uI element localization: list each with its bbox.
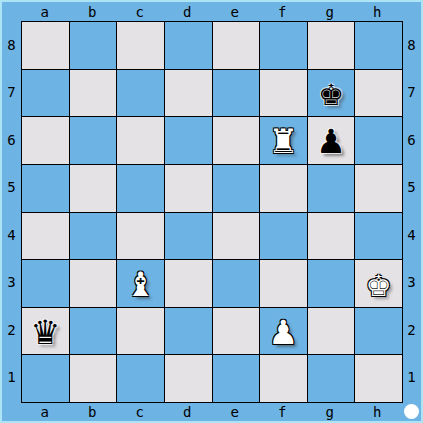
square-d5[interactable] [165,165,212,212]
file-label-f: f [259,2,307,21]
square-b3[interactable] [70,260,117,307]
rank-label-1: 1 [402,354,421,402]
file-label-a: a [21,2,69,21]
rank-label-5: 5 [402,164,421,212]
rank-label-7: 7 [402,69,421,117]
square-e2[interactable] [213,308,260,355]
square-c5[interactable] [117,165,164,212]
file-label-h: h [354,402,402,421]
square-a3[interactable] [22,260,69,307]
square-a8[interactable] [22,22,69,69]
rank-label-8: 8 [402,21,421,69]
square-c3[interactable]: ♝ [117,260,164,307]
square-h5[interactable] [355,165,402,212]
file-label-e: e [211,2,259,21]
square-c8[interactable] [117,22,164,69]
square-f6[interactable]: ♜ [260,117,307,164]
square-d3[interactable] [165,260,212,307]
square-c4[interactable] [117,213,164,260]
square-d8[interactable] [165,22,212,69]
square-d2[interactable] [165,308,212,355]
square-a2[interactable]: ♛ [22,308,69,355]
rank-label-2: 2 [2,306,21,354]
square-b5[interactable] [70,165,117,212]
square-h4[interactable] [355,213,402,260]
white-pawn[interactable]: ♟ [271,310,296,351]
square-e4[interactable] [213,213,260,260]
rank-label-2: 2 [402,306,421,354]
rank-label-1: 1 [2,354,21,402]
square-f8[interactable] [260,22,307,69]
square-c1[interactable] [117,355,164,402]
square-f2[interactable]: ♟ [260,308,307,355]
square-g5[interactable] [308,165,355,212]
rank-label-6: 6 [402,116,421,164]
square-e5[interactable] [213,165,260,212]
square-f3[interactable] [260,260,307,307]
rank-label-8: 8 [2,21,21,69]
white-rook[interactable]: ♜ [271,119,296,160]
square-b6[interactable] [70,117,117,164]
black-queen[interactable]: ♛ [33,310,58,351]
rank-label-4: 4 [2,211,21,259]
square-g8[interactable] [308,22,355,69]
rank-labels-left: 87654321 [2,21,21,401]
square-b8[interactable] [70,22,117,69]
rank-label-5: 5 [2,164,21,212]
file-label-e: e [211,402,259,421]
square-g3[interactable] [308,260,355,307]
file-label-g: g [306,2,354,21]
square-b2[interactable] [70,308,117,355]
square-g6[interactable]: ♟ [308,117,355,164]
file-label-a: a [21,402,69,421]
square-e6[interactable] [213,117,260,164]
rank-label-4: 4 [402,211,421,259]
rank-label-6: 6 [2,116,21,164]
rank-label-7: 7 [2,69,21,117]
square-h8[interactable] [355,22,402,69]
square-a5[interactable] [22,165,69,212]
black-pawn[interactable]: ♟ [319,119,344,160]
square-f1[interactable] [260,355,307,402]
square-c7[interactable] [117,70,164,117]
square-g1[interactable] [308,355,355,402]
board: ♚♜♟♝♚♛♟ [21,21,403,403]
square-a7[interactable] [22,70,69,117]
chess-board-frame: abcdefgh 87654321 87654321 abcdefgh ♚♜♟♝… [0,0,423,423]
file-labels-bottom: abcdefgh [21,402,401,421]
rank-labels-right: 87654321 [402,21,421,401]
square-f5[interactable] [260,165,307,212]
square-a1[interactable] [22,355,69,402]
black-king[interactable]: ♚ [319,71,344,112]
square-e8[interactable] [213,22,260,69]
rank-label-3: 3 [402,259,421,307]
square-d1[interactable] [165,355,212,402]
file-label-d: d [164,402,212,421]
square-h1[interactable] [355,355,402,402]
file-label-c: c [116,402,164,421]
rank-label-3: 3 [2,259,21,307]
square-h6[interactable] [355,117,402,164]
square-c6[interactable] [117,117,164,164]
square-d7[interactable] [165,70,212,117]
square-a6[interactable] [22,117,69,164]
square-c2[interactable] [117,308,164,355]
square-g2[interactable] [308,308,355,355]
file-label-d: d [164,2,212,21]
file-labels-top: abcdefgh [21,2,401,21]
square-f7[interactable] [260,70,307,117]
square-f4[interactable] [260,213,307,260]
square-b7[interactable] [70,70,117,117]
square-h2[interactable] [355,308,402,355]
square-e3[interactable] [213,260,260,307]
file-label-c: c [116,2,164,21]
file-label-f: f [259,402,307,421]
file-label-g: g [306,402,354,421]
square-e7[interactable] [213,70,260,117]
white-king[interactable]: ♚ [366,262,391,303]
square-d4[interactable] [165,213,212,260]
white-bishop[interactable]: ♝ [128,262,153,303]
square-g4[interactable] [308,213,355,260]
square-h7[interactable] [355,70,402,117]
square-e1[interactable] [213,355,260,402]
square-b1[interactable] [70,355,117,402]
file-label-b: b [69,402,117,421]
file-label-b: b [69,2,117,21]
square-g7[interactable]: ♚ [308,70,355,117]
square-b4[interactable] [70,213,117,260]
white-to-move-indicator [404,404,419,419]
square-a4[interactable] [22,213,69,260]
file-label-h: h [354,2,402,21]
square-d6[interactable] [165,117,212,164]
square-h3[interactable]: ♚ [355,260,402,307]
